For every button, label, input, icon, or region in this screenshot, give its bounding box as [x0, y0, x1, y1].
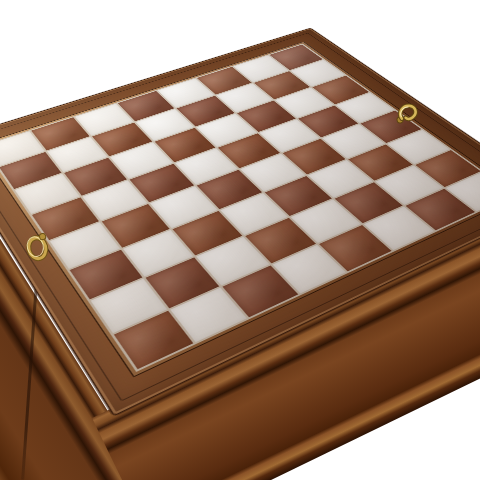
- chess-board: [0, 44, 480, 372]
- brass-hook-clasp-icon: [392, 100, 426, 128]
- perspective-wrap: [0, 0, 480, 480]
- brass-ring-pull-icon: [22, 228, 54, 266]
- chess-table-photo: [0, 0, 480, 480]
- board-lid-frame: [0, 28, 480, 414]
- board-rim: [0, 41, 480, 377]
